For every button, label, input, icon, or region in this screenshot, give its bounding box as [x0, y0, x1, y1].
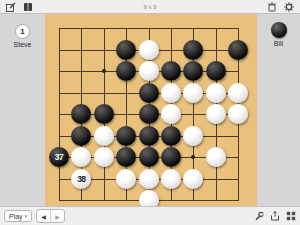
board-cell[interactable] [115, 125, 137, 147]
board-cell[interactable] [227, 17, 249, 39]
board-cell[interactable] [182, 146, 204, 168]
board-cell[interactable] [227, 168, 249, 190]
board-cell[interactable] [93, 125, 115, 147]
black-stone [116, 147, 136, 167]
board-cell[interactable] [48, 125, 70, 147]
next-move-button[interactable]: ▶ [50, 210, 64, 222]
white-stone [183, 83, 203, 103]
board-cell[interactable] [227, 146, 249, 168]
board-cell[interactable] [70, 39, 92, 61]
white-stone [116, 169, 136, 189]
black-stone [183, 40, 203, 60]
trash-icon[interactable] [267, 2, 277, 12]
board-cell[interactable] [182, 82, 204, 104]
board-cell[interactable] [48, 168, 70, 190]
white-stone [228, 104, 248, 124]
board-cell[interactable] [48, 17, 70, 39]
board-cell[interactable] [182, 125, 204, 147]
white-stone [206, 83, 226, 103]
board-cell[interactable] [93, 146, 115, 168]
board-cell[interactable] [205, 168, 227, 190]
prev-move-button[interactable]: ◀ [37, 210, 50, 222]
board-cell[interactable] [227, 82, 249, 104]
white-stone [161, 104, 181, 124]
board-cell[interactable] [227, 60, 249, 82]
board-cell[interactable] [182, 103, 204, 125]
board-cell[interactable] [115, 146, 137, 168]
white-stone [161, 83, 181, 103]
move-nav-segment: ◀ ▶ [36, 209, 65, 223]
chevron-down-icon: ▾ [25, 213, 28, 219]
board-cell[interactable] [48, 103, 70, 125]
black-stone [139, 126, 159, 146]
board-cell[interactable] [160, 103, 182, 125]
white-stone-move-38: 38 [71, 169, 91, 189]
black-stone [228, 40, 248, 60]
black-stone [116, 61, 136, 81]
white-stone [139, 61, 159, 81]
board-cell[interactable] [205, 146, 227, 168]
board-cell[interactable] [48, 82, 70, 104]
white-stone [94, 126, 114, 146]
board-cell[interactable] [93, 82, 115, 104]
board-cell[interactable] [70, 125, 92, 147]
stage: 1 Steve Bill 3738 [0, 14, 300, 206]
board-cell[interactable] [227, 125, 249, 147]
black-stone [71, 104, 91, 124]
board-cell[interactable] [182, 17, 204, 39]
black-stone [94, 104, 114, 124]
board-cell[interactable] [48, 60, 70, 82]
black-stone [139, 104, 159, 124]
board-cell[interactable]: 38 [70, 168, 92, 190]
board-cell[interactable] [48, 39, 70, 61]
black-stone-avatar [271, 22, 287, 38]
black-stone [116, 126, 136, 146]
top-right-icons [267, 2, 294, 12]
board-cell[interactable]: 37 [48, 146, 70, 168]
board-cell[interactable] [70, 17, 92, 39]
board-cell[interactable] [115, 168, 137, 190]
wrench-icon[interactable] [254, 211, 264, 221]
board-cell[interactable] [70, 82, 92, 104]
white-stone [183, 169, 203, 189]
board-cell[interactable] [182, 168, 204, 190]
board-cell[interactable] [93, 103, 115, 125]
white-stone [206, 147, 226, 167]
white-stone [183, 126, 203, 146]
bottom-toolbar: Play ▾ ◀ ▶ [0, 206, 300, 225]
share-icon[interactable] [270, 211, 280, 221]
black-stone [206, 61, 226, 81]
compose-icon[interactable] [6, 2, 16, 12]
board-cell[interactable] [70, 146, 92, 168]
board-cell[interactable] [205, 17, 227, 39]
board-cell[interactable] [137, 17, 159, 39]
player-name-left: Steve [0, 41, 45, 48]
board-cell[interactable] [160, 17, 182, 39]
window-title: 9 x 9 [0, 4, 300, 10]
board-cell[interactable] [115, 39, 137, 61]
board-cell[interactable] [160, 39, 182, 61]
black-stone [139, 83, 159, 103]
board-cell[interactable] [137, 168, 159, 190]
board-cell[interactable] [160, 125, 182, 147]
board-cell[interactable] [227, 103, 249, 125]
black-stone [116, 40, 136, 60]
board-cell[interactable] [227, 39, 249, 61]
top-left-icons [6, 2, 33, 12]
board-cell[interactable] [70, 103, 92, 125]
white-stone [139, 169, 159, 189]
board-cell[interactable] [93, 39, 115, 61]
board-cell[interactable] [115, 103, 137, 125]
board-cell[interactable] [137, 39, 159, 61]
board-cell[interactable] [137, 146, 159, 168]
white-stone [139, 40, 159, 60]
board-cell[interactable] [160, 168, 182, 190]
black-stone [183, 61, 203, 81]
white-stone [94, 147, 114, 167]
board-cell[interactable] [205, 39, 227, 61]
gear-icon[interactable] [284, 2, 294, 12]
board-cell[interactable] [205, 60, 227, 82]
top-bar: 9 x 9 [0, 0, 300, 14]
player-panel-left: 1 Steve [0, 14, 45, 48]
board-cell[interactable] [137, 125, 159, 147]
board-cell[interactable] [205, 103, 227, 125]
board-cell[interactable] [70, 60, 92, 82]
play-button[interactable]: Play ▾ [4, 210, 32, 222]
board-cells: 3738 [48, 17, 250, 211]
white-stone [71, 147, 91, 167]
white-stone [161, 169, 181, 189]
black-stone [139, 147, 159, 167]
board-cell[interactable] [182, 60, 204, 82]
grid-icon[interactable] [286, 211, 296, 221]
board-cell[interactable] [93, 60, 115, 82]
white-stone [228, 83, 248, 103]
board-cell[interactable] [160, 146, 182, 168]
player-panel-right: Bill [257, 14, 300, 47]
board-cell[interactable] [160, 60, 182, 82]
board-cell[interactable] [115, 60, 137, 82]
board-cell[interactable] [205, 125, 227, 147]
board-cell[interactable] [93, 17, 115, 39]
board-cell[interactable] [160, 82, 182, 104]
board-cell[interactable] [137, 60, 159, 82]
board-cell[interactable] [137, 82, 159, 104]
white-stone [206, 104, 226, 124]
board-cell[interactable] [137, 103, 159, 125]
player-name-right: Bill [257, 40, 300, 47]
black-stone [161, 126, 181, 146]
black-stone [161, 147, 181, 167]
board-cell[interactable] [115, 82, 137, 104]
go-board: 3738 [45, 14, 257, 206]
board-cell[interactable] [93, 168, 115, 190]
board-cell[interactable] [182, 39, 204, 61]
board-cell[interactable] [115, 17, 137, 39]
library-icon[interactable] [23, 2, 33, 12]
white-player-badge: 1 [15, 24, 30, 39]
board-cell[interactable] [205, 82, 227, 104]
black-stone [71, 126, 91, 146]
black-stone [161, 61, 181, 81]
black-stone-move-37: 37 [49, 147, 69, 167]
